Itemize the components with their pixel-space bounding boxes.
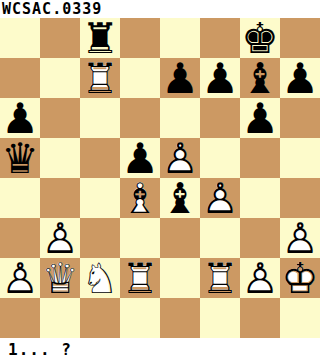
white-pawn-outline-glyph: ♙ — [40, 218, 80, 258]
black-bishop-glyph: ♝ — [160, 178, 200, 218]
black-bishop: ♝ — [160, 178, 200, 218]
white-pawn: ♟♙ — [240, 258, 280, 298]
black-pawn-glyph: ♟ — [240, 98, 280, 138]
black-pawn-glyph: ♟ — [280, 58, 320, 98]
square-c1[interactable] — [80, 298, 120, 338]
square-a7[interactable] — [0, 58, 40, 98]
square-d2[interactable]: ♜♖ — [120, 258, 160, 298]
square-a6[interactable]: ♟ — [0, 98, 40, 138]
white-pawn: ♟♙ — [200, 178, 240, 218]
white-bishop-outline-glyph: ♗ — [120, 178, 160, 218]
white-pawn: ♟♙ — [160, 138, 200, 178]
white-pawn: ♟♙ — [40, 218, 80, 258]
square-d5[interactable]: ♟ — [120, 138, 160, 178]
black-pawn: ♟ — [280, 58, 320, 98]
square-f3[interactable] — [200, 218, 240, 258]
chess-board: ♜♚♜♖♟♟♝♟♟♟♛♟♟♙♝♗♝♟♙♟♙♟♙♟♙♛♕♞♘♜♖♜♖♟♙♚♔ — [0, 18, 320, 338]
square-d1[interactable] — [120, 298, 160, 338]
square-h2[interactable]: ♚♔ — [280, 258, 320, 298]
square-g2[interactable]: ♟♙ — [240, 258, 280, 298]
black-pawn: ♟ — [120, 138, 160, 178]
white-pawn-outline-glyph: ♙ — [240, 258, 280, 298]
black-bishop: ♝ — [240, 58, 280, 98]
black-rook-glyph: ♜ — [80, 18, 120, 58]
white-rook: ♜♖ — [80, 58, 120, 98]
square-c4[interactable] — [80, 178, 120, 218]
square-f1[interactable] — [200, 298, 240, 338]
square-e3[interactable] — [160, 218, 200, 258]
square-d8[interactable] — [120, 18, 160, 58]
square-f7[interactable]: ♟ — [200, 58, 240, 98]
caption-bar: 1... ? — [0, 338, 320, 360]
square-b2[interactable]: ♛♕ — [40, 258, 80, 298]
white-king-outline-glyph: ♔ — [280, 258, 320, 298]
square-c8[interactable]: ♜ — [80, 18, 120, 58]
square-d6[interactable] — [120, 98, 160, 138]
white-king: ♚♔ — [280, 258, 320, 298]
black-king: ♚ — [240, 18, 280, 58]
white-knight-outline-glyph: ♘ — [80, 258, 120, 298]
square-h4[interactable] — [280, 178, 320, 218]
square-f2[interactable]: ♜♖ — [200, 258, 240, 298]
white-bishop: ♝♗ — [120, 178, 160, 218]
square-g8[interactable]: ♚ — [240, 18, 280, 58]
square-b1[interactable] — [40, 298, 80, 338]
square-a2[interactable]: ♟♙ — [0, 258, 40, 298]
white-queen: ♛♕ — [40, 258, 80, 298]
black-pawn-glyph: ♟ — [120, 138, 160, 178]
square-d4[interactable]: ♝♗ — [120, 178, 160, 218]
square-e2[interactable] — [160, 258, 200, 298]
square-f5[interactable] — [200, 138, 240, 178]
square-b3[interactable]: ♟♙ — [40, 218, 80, 258]
square-f8[interactable] — [200, 18, 240, 58]
move-prompt: 1... ? — [8, 340, 72, 359]
square-b4[interactable] — [40, 178, 80, 218]
square-c6[interactable] — [80, 98, 120, 138]
white-pawn-outline-glyph: ♙ — [280, 218, 320, 258]
square-e6[interactable] — [160, 98, 200, 138]
square-e4[interactable]: ♝ — [160, 178, 200, 218]
black-bishop-glyph: ♝ — [240, 58, 280, 98]
black-pawn: ♟ — [0, 98, 40, 138]
white-knight: ♞♘ — [80, 258, 120, 298]
square-e1[interactable] — [160, 298, 200, 338]
white-rook-outline-glyph: ♖ — [80, 58, 120, 98]
square-g7[interactable]: ♝ — [240, 58, 280, 98]
square-d3[interactable] — [120, 218, 160, 258]
square-e5[interactable]: ♟♙ — [160, 138, 200, 178]
white-rook: ♜♖ — [120, 258, 160, 298]
square-h5[interactable] — [280, 138, 320, 178]
black-queen: ♛ — [0, 138, 40, 178]
square-h1[interactable] — [280, 298, 320, 338]
square-c7[interactable]: ♜♖ — [80, 58, 120, 98]
square-g1[interactable] — [240, 298, 280, 338]
square-c3[interactable] — [80, 218, 120, 258]
square-a3[interactable] — [0, 218, 40, 258]
black-pawn-glyph: ♟ — [160, 58, 200, 98]
square-d7[interactable] — [120, 58, 160, 98]
square-h3[interactable]: ♟♙ — [280, 218, 320, 258]
square-c5[interactable] — [80, 138, 120, 178]
square-h8[interactable] — [280, 18, 320, 58]
square-b8[interactable] — [40, 18, 80, 58]
square-f4[interactable]: ♟♙ — [200, 178, 240, 218]
black-pawn-glyph: ♟ — [200, 58, 240, 98]
white-rook-outline-glyph: ♖ — [200, 258, 240, 298]
white-rook-outline-glyph: ♖ — [120, 258, 160, 298]
square-a5[interactable]: ♛ — [0, 138, 40, 178]
white-pawn-outline-glyph: ♙ — [200, 178, 240, 218]
square-a4[interactable] — [0, 178, 40, 218]
square-h7[interactable]: ♟ — [280, 58, 320, 98]
square-b5[interactable] — [40, 138, 80, 178]
square-b6[interactable] — [40, 98, 80, 138]
black-pawn: ♟ — [160, 58, 200, 98]
black-pawn: ♟ — [200, 58, 240, 98]
square-a1[interactable] — [0, 298, 40, 338]
white-pawn-outline-glyph: ♙ — [0, 258, 40, 298]
white-pawn: ♟♙ — [280, 218, 320, 258]
square-g6[interactable]: ♟ — [240, 98, 280, 138]
white-pawn-outline-glyph: ♙ — [160, 138, 200, 178]
square-c2[interactable]: ♞♘ — [80, 258, 120, 298]
square-e8[interactable] — [160, 18, 200, 58]
square-g4[interactable] — [240, 178, 280, 218]
square-g3[interactable] — [240, 218, 280, 258]
black-rook: ♜ — [80, 18, 120, 58]
white-rook: ♜♖ — [200, 258, 240, 298]
square-a8[interactable] — [0, 18, 40, 58]
square-h6[interactable] — [280, 98, 320, 138]
white-queen-outline-glyph: ♕ — [40, 258, 80, 298]
square-e7[interactable]: ♟ — [160, 58, 200, 98]
black-pawn: ♟ — [240, 98, 280, 138]
black-pawn-glyph: ♟ — [0, 98, 40, 138]
square-b7[interactable] — [40, 58, 80, 98]
black-queen-glyph: ♛ — [0, 138, 40, 178]
white-pawn: ♟♙ — [0, 258, 40, 298]
black-king-glyph: ♚ — [240, 18, 280, 58]
square-f6[interactable] — [200, 98, 240, 138]
square-g5[interactable] — [240, 138, 280, 178]
